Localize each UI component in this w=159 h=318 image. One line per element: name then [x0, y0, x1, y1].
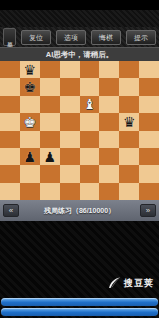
square[interactable] — [0, 165, 20, 182]
square[interactable] — [0, 78, 20, 95]
square[interactable] — [60, 131, 80, 148]
square[interactable] — [20, 96, 40, 113]
square[interactable] — [119, 148, 139, 165]
piece-bp[interactable]: ♟ — [24, 150, 37, 164]
square[interactable] — [80, 61, 100, 78]
square[interactable] — [40, 165, 60, 182]
square[interactable] — [60, 96, 80, 113]
square[interactable] — [0, 148, 20, 165]
square[interactable]: ♟ — [20, 148, 40, 165]
brand-logo: 搜豆荚 — [107, 276, 154, 290]
square[interactable] — [60, 165, 80, 182]
ai-status-message: AI思考中，请稍后。 — [0, 47, 159, 61]
square[interactable] — [99, 113, 119, 130]
toolbar: 菜单 复位 选项 悔棋 提示 — [0, 27, 159, 47]
square[interactable]: ♝ — [80, 96, 100, 113]
square[interactable] — [80, 148, 100, 165]
piece-bk[interactable]: ♚ — [24, 80, 37, 94]
square[interactable] — [80, 78, 100, 95]
options-button[interactable]: 选项 — [56, 30, 86, 45]
square[interactable] — [99, 96, 119, 113]
square[interactable] — [99, 165, 119, 182]
footer-panel: 搜豆荚 — [0, 221, 159, 318]
square[interactable] — [60, 183, 80, 200]
square[interactable] — [139, 131, 159, 148]
header-panel — [0, 0, 159, 27]
square[interactable] — [99, 131, 119, 148]
feather-icon — [107, 276, 121, 290]
square[interactable] — [99, 183, 119, 200]
banner-bar-top — [1, 298, 158, 306]
banner-bar-bottom — [1, 308, 158, 316]
square[interactable] — [40, 78, 60, 95]
piece-wk[interactable]: ♚ — [24, 115, 37, 129]
next-puzzle-button[interactable]: » — [140, 204, 156, 217]
piece-wb[interactable]: ♝ — [83, 97, 96, 111]
square[interactable] — [139, 165, 159, 182]
piece-bq[interactable]: ♛ — [24, 63, 37, 77]
square[interactable] — [119, 96, 139, 113]
square[interactable] — [139, 61, 159, 78]
square[interactable] — [40, 131, 60, 148]
undo-move-button[interactable]: 悔棋 — [91, 30, 121, 45]
square[interactable]: ♚ — [20, 113, 40, 130]
square[interactable] — [0, 113, 20, 130]
square[interactable] — [40, 61, 60, 78]
square[interactable] — [119, 131, 139, 148]
reset-button[interactable]: 复位 — [21, 30, 51, 45]
square[interactable]: ♚ — [20, 78, 40, 95]
piece-bp[interactable]: ♟ — [43, 150, 56, 164]
puzzle-counter-label: 残局练习（86/10000） — [44, 206, 115, 216]
square[interactable] — [40, 113, 60, 130]
square[interactable] — [60, 148, 80, 165]
phone-screen: 菜单 复位 选项 悔棋 提示 AI思考中，请稍后。 ♛♚♝♚♛♟♟ « 残局练习… — [0, 0, 159, 318]
square[interactable] — [20, 131, 40, 148]
chess-board: ♛♚♝♚♛♟♟ — [0, 61, 159, 200]
square[interactable] — [80, 113, 100, 130]
square[interactable]: ♟ — [40, 148, 60, 165]
square[interactable] — [139, 148, 159, 165]
square[interactable] — [80, 131, 100, 148]
square[interactable] — [20, 165, 40, 182]
square[interactable] — [60, 61, 80, 78]
square[interactable] — [80, 183, 100, 200]
square[interactable] — [40, 96, 60, 113]
square[interactable] — [0, 96, 20, 113]
square[interactable] — [99, 148, 119, 165]
square[interactable] — [60, 78, 80, 95]
square[interactable] — [20, 183, 40, 200]
square[interactable] — [80, 165, 100, 182]
square[interactable] — [0, 61, 20, 78]
square[interactable]: ♛ — [20, 61, 40, 78]
square[interactable] — [139, 96, 159, 113]
square[interactable] — [139, 183, 159, 200]
hint-button[interactable]: 提示 — [126, 30, 156, 45]
square[interactable] — [139, 113, 159, 130]
square[interactable]: ♛ — [119, 113, 139, 130]
square[interactable] — [40, 183, 60, 200]
square[interactable] — [119, 61, 139, 78]
status-bar-area — [0, 0, 159, 10]
piece-bq[interactable]: ♛ — [123, 115, 136, 129]
square[interactable] — [60, 113, 80, 130]
square[interactable] — [99, 78, 119, 95]
square[interactable] — [99, 61, 119, 78]
square[interactable] — [139, 78, 159, 95]
square[interactable] — [119, 165, 139, 182]
banner-bars[interactable] — [0, 296, 159, 318]
menu-tab[interactable]: 菜单 — [3, 28, 16, 46]
puzzle-nav-bar: « 残局练习（86/10000） » — [0, 200, 159, 221]
square[interactable] — [0, 183, 20, 200]
square[interactable] — [0, 131, 20, 148]
square[interactable] — [119, 183, 139, 200]
brand-name: 搜豆荚 — [124, 277, 154, 290]
prev-puzzle-button[interactable]: « — [3, 204, 19, 217]
square[interactable] — [119, 78, 139, 95]
